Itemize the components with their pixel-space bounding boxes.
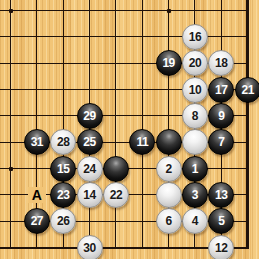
- stone-move-2[interactable]: 2: [156, 156, 182, 182]
- stone-move-18[interactable]: 18: [208, 50, 234, 76]
- stone-move-28[interactable]: 28: [50, 129, 76, 155]
- stone-move-31[interactable]: 31: [24, 129, 50, 155]
- stone-move-11[interactable]: 11: [129, 129, 155, 155]
- stone-unnumbered[interactable]: [103, 156, 129, 182]
- star-point: [167, 9, 171, 13]
- label-A[interactable]: A: [28, 187, 46, 203]
- grid-line-horizontal: [0, 10, 249, 11]
- move-number: 3: [183, 183, 207, 208]
- stone-move-19[interactable]: 19: [156, 50, 182, 76]
- grid-line-vertical: [115, 0, 116, 249]
- stone-move-22[interactable]: 22: [103, 182, 129, 208]
- move-number: 11: [130, 130, 154, 155]
- move-number: 10: [183, 78, 207, 103]
- move-number: 23: [51, 183, 75, 208]
- move-number: 7: [209, 130, 233, 155]
- stone-move-24[interactable]: 24: [77, 156, 103, 182]
- move-number: 26: [51, 209, 75, 234]
- stone-move-14[interactable]: 14: [77, 182, 103, 208]
- grid-line-vertical: [10, 0, 11, 249]
- stone-move-27[interactable]: 27: [24, 208, 50, 234]
- move-number: 27: [25, 209, 49, 234]
- move-number: 14: [78, 183, 102, 208]
- move-number: 30: [78, 236, 102, 259]
- move-number: 31: [25, 130, 49, 155]
- move-number: 8: [183, 104, 207, 129]
- stone-move-12[interactable]: 12: [208, 235, 234, 259]
- move-number: 25: [78, 130, 102, 155]
- move-number: 28: [51, 130, 75, 155]
- go-diagram: 1619201810172129893128251171524212314223…: [0, 0, 259, 259]
- stone-move-7[interactable]: 7: [208, 129, 234, 155]
- grid-line-horizontal: [0, 36, 249, 37]
- move-number: 20: [183, 51, 207, 76]
- grid-line-vertical: [142, 0, 143, 249]
- stone-move-30[interactable]: 30: [77, 235, 103, 259]
- stone-move-17[interactable]: 17: [208, 77, 234, 103]
- move-number: 2: [157, 157, 181, 182]
- stone-move-3[interactable]: 3: [182, 182, 208, 208]
- move-number: 18: [209, 51, 233, 76]
- move-number: 4: [183, 209, 207, 234]
- move-number: 5: [209, 209, 233, 234]
- go-board[interactable]: 1619201810172129893128251171524212314223…: [0, 0, 259, 259]
- move-number: 24: [78, 157, 102, 182]
- move-number: 15: [51, 157, 75, 182]
- stone-move-25[interactable]: 25: [77, 129, 103, 155]
- stone-move-26[interactable]: 26: [50, 208, 76, 234]
- move-number: 6: [157, 209, 181, 234]
- move-number: 19: [157, 51, 181, 76]
- stone-unnumbered[interactable]: [156, 182, 182, 208]
- stone-move-5[interactable]: 5: [208, 208, 234, 234]
- stone-move-13[interactable]: 13: [208, 182, 234, 208]
- stone-move-16[interactable]: 16: [182, 24, 208, 50]
- star-point: [9, 167, 13, 171]
- stone-move-21[interactable]: 21: [235, 77, 259, 103]
- stone-move-15[interactable]: 15: [50, 156, 76, 182]
- move-number: 12: [209, 236, 233, 259]
- stone-move-20[interactable]: 20: [182, 50, 208, 76]
- move-number: 13: [209, 183, 233, 208]
- stone-move-1[interactable]: 1: [182, 156, 208, 182]
- move-number: 17: [209, 78, 233, 103]
- star-point: [9, 9, 13, 13]
- stone-move-6[interactable]: 6: [156, 208, 182, 234]
- move-number: 9: [209, 104, 233, 129]
- stone-move-8[interactable]: 8: [182, 103, 208, 129]
- move-number: 21: [236, 78, 259, 103]
- stone-move-10[interactable]: 10: [182, 77, 208, 103]
- grid-line-vertical: [246, 0, 249, 249]
- stone-unnumbered[interactable]: [182, 129, 208, 155]
- stone-move-4[interactable]: 4: [182, 208, 208, 234]
- move-number: 22: [104, 183, 128, 208]
- move-number: 29: [78, 104, 102, 129]
- stone-move-23[interactable]: 23: [50, 182, 76, 208]
- stone-move-29[interactable]: 29: [77, 103, 103, 129]
- stone-unnumbered[interactable]: [156, 129, 182, 155]
- stone-move-9[interactable]: 9: [208, 103, 234, 129]
- move-number: 1: [183, 157, 207, 182]
- move-number: 16: [183, 25, 207, 50]
